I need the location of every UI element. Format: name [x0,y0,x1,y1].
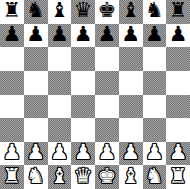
piece-black-pawn: ♟ [2,24,21,45]
piece-black-queen: ♛ [74,0,93,21]
square-h4[interactable] [166,95,190,119]
chess-board: ♜♞♝♛♚♝♞♜♟♟♟♟♟♟♟♟♟♟♟♟♟♟♟♟♜♞♝♛♚♝♞♜ [0,0,190,189]
square-h7[interactable]: ♟ [166,24,190,48]
piece-black-pawn: ♟ [169,24,188,45]
square-b5[interactable] [24,71,48,95]
square-b2[interactable]: ♟ [24,142,48,166]
piece-white-rook: ♜ [169,166,188,187]
piece-black-rook: ♜ [2,0,21,21]
square-b3[interactable] [24,118,48,142]
square-a6[interactable] [0,47,24,71]
piece-white-king: ♚ [97,166,116,187]
square-e8[interactable]: ♚ [95,0,119,24]
square-d7[interactable]: ♟ [71,24,95,48]
square-b4[interactable] [24,95,48,119]
piece-white-knight: ♞ [26,166,45,187]
square-h8[interactable]: ♜ [166,0,190,24]
piece-white-knight: ♞ [145,166,164,187]
square-f8[interactable]: ♝ [119,0,143,24]
square-f2[interactable]: ♟ [119,142,143,166]
square-d6[interactable] [71,47,95,71]
square-d8[interactable]: ♛ [71,0,95,24]
square-a4[interactable] [0,95,24,119]
piece-white-rook: ♜ [2,166,21,187]
square-b7[interactable]: ♟ [24,24,48,48]
square-f4[interactable] [119,95,143,119]
piece-white-pawn: ♟ [169,142,188,163]
square-g5[interactable] [143,71,167,95]
square-e7[interactable]: ♟ [95,24,119,48]
piece-white-pawn: ♟ [121,142,140,163]
square-a7[interactable]: ♟ [0,24,24,48]
square-g4[interactable] [143,95,167,119]
square-a1[interactable]: ♜ [0,165,24,189]
square-c3[interactable] [48,118,72,142]
square-e2[interactable]: ♟ [95,142,119,166]
square-f3[interactable] [119,118,143,142]
square-h1[interactable]: ♜ [166,165,190,189]
square-f5[interactable] [119,71,143,95]
square-g7[interactable]: ♟ [143,24,167,48]
piece-white-bishop: ♝ [121,166,140,187]
square-c1[interactable]: ♝ [48,165,72,189]
piece-black-king: ♚ [97,0,116,21]
square-b6[interactable] [24,47,48,71]
square-h3[interactable] [166,118,190,142]
piece-white-bishop: ♝ [50,166,69,187]
piece-white-pawn: ♟ [26,142,45,163]
square-g1[interactable]: ♞ [143,165,167,189]
square-f7[interactable]: ♟ [119,24,143,48]
piece-black-pawn: ♟ [145,24,164,45]
piece-black-knight: ♞ [26,0,45,21]
piece-black-pawn: ♟ [50,24,69,45]
piece-white-queen: ♛ [74,166,93,187]
square-a2[interactable]: ♟ [0,142,24,166]
square-d1[interactable]: ♛ [71,165,95,189]
piece-white-pawn: ♟ [50,142,69,163]
square-c8[interactable]: ♝ [48,0,72,24]
square-d3[interactable] [71,118,95,142]
piece-black-pawn: ♟ [74,24,93,45]
piece-white-pawn: ♟ [74,142,93,163]
piece-white-pawn: ♟ [145,142,164,163]
square-h6[interactable] [166,47,190,71]
square-e4[interactable] [95,95,119,119]
piece-black-pawn: ♟ [26,24,45,45]
square-e1[interactable]: ♚ [95,165,119,189]
square-g2[interactable]: ♟ [143,142,167,166]
square-e3[interactable] [95,118,119,142]
square-c2[interactable]: ♟ [48,142,72,166]
square-a8[interactable]: ♜ [0,0,24,24]
square-e5[interactable] [95,71,119,95]
piece-black-rook: ♜ [169,0,188,21]
square-g8[interactable]: ♞ [143,0,167,24]
square-h5[interactable] [166,71,190,95]
square-d2[interactable]: ♟ [71,142,95,166]
square-h2[interactable]: ♟ [166,142,190,166]
square-c7[interactable]: ♟ [48,24,72,48]
square-c6[interactable] [48,47,72,71]
piece-black-pawn: ♟ [97,24,116,45]
piece-black-knight: ♞ [145,0,164,21]
square-d5[interactable] [71,71,95,95]
square-a3[interactable] [0,118,24,142]
square-f1[interactable]: ♝ [119,165,143,189]
piece-white-pawn: ♟ [2,142,21,163]
piece-black-bishop: ♝ [50,0,69,21]
square-a5[interactable] [0,71,24,95]
square-d4[interactable] [71,95,95,119]
square-b8[interactable]: ♞ [24,0,48,24]
square-c5[interactable] [48,71,72,95]
square-c4[interactable] [48,95,72,119]
piece-black-bishop: ♝ [121,0,140,21]
square-f6[interactable] [119,47,143,71]
square-e6[interactable] [95,47,119,71]
piece-black-pawn: ♟ [121,24,140,45]
piece-white-pawn: ♟ [97,142,116,163]
square-b1[interactable]: ♞ [24,165,48,189]
square-g3[interactable] [143,118,167,142]
square-g6[interactable] [143,47,167,71]
